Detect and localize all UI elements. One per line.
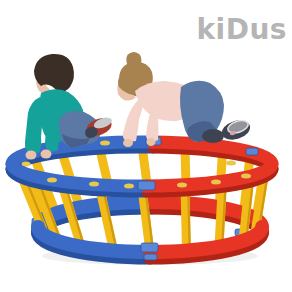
rail-button: [100, 141, 110, 146]
rail-button: [241, 174, 251, 179]
rail-button: [211, 180, 221, 185]
girl-hand: [123, 139, 133, 147]
rail-button: [124, 184, 134, 189]
rail-button: [177, 183, 187, 188]
play-fence-scene: [0, 0, 292, 292]
connector-clip: [144, 254, 157, 260]
connector-clip: [141, 243, 158, 252]
boy-hand: [26, 151, 37, 160]
rail-button: [22, 162, 31, 167]
girl-hand: [147, 138, 156, 146]
girl-sneaker: [219, 117, 252, 143]
connector-clip: [246, 148, 258, 155]
rail-button: [226, 161, 236, 166]
girl-figure: [117, 52, 252, 147]
rail-button: [47, 178, 57, 183]
girl-sneaker: [202, 129, 224, 143]
boy-hand: [41, 150, 52, 159]
product-photo: kiDus: [0, 0, 292, 292]
boy-arm: [25, 97, 43, 153]
rail-button: [89, 182, 99, 187]
connector-clip: [138, 181, 155, 190]
